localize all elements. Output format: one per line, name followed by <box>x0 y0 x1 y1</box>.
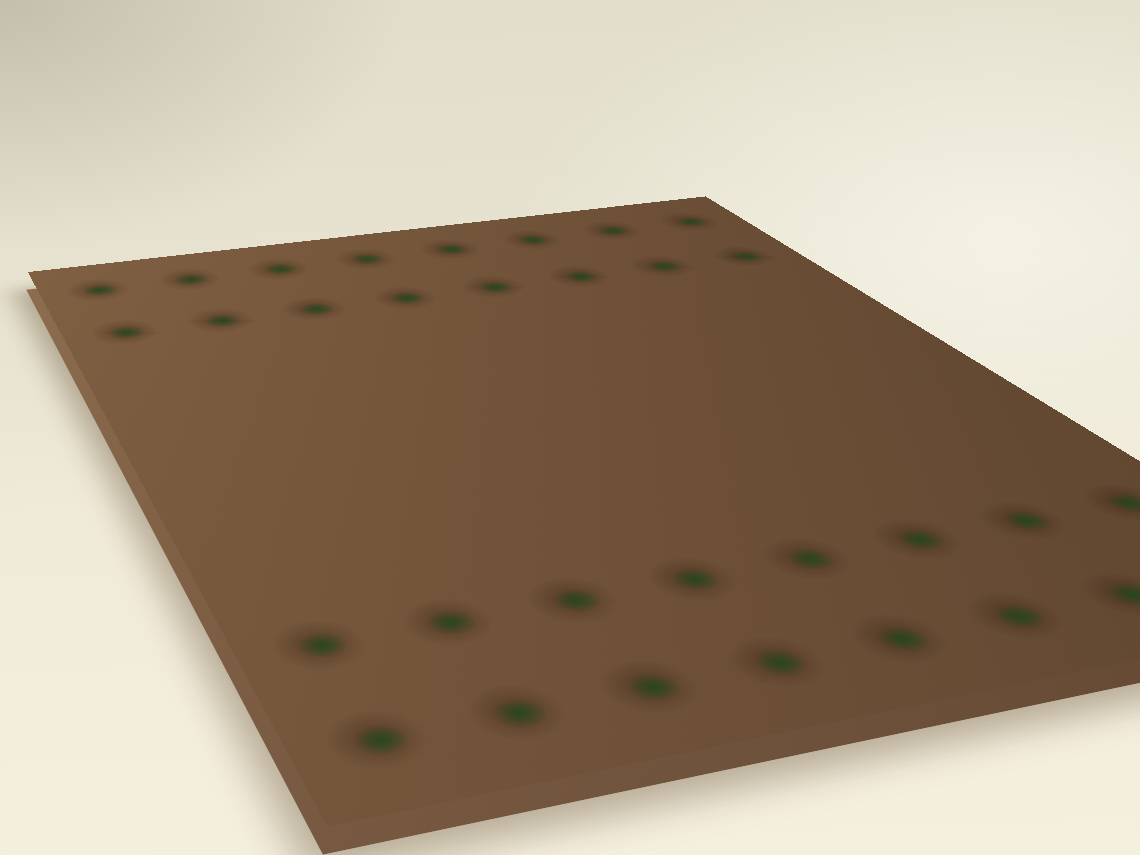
square-a1: ♜ <box>280 677 487 808</box>
chess-board-wrapper: ♜♞♝♛♚♝♞♜♟♟♟♟♟♟♟♟♟♟♟♟♟♟♟♟♜♞♝♛♚♝♞♜ <box>118 0 1038 855</box>
rook-glyph: ♜ <box>287 472 472 761</box>
pawn-glyph: ♟ <box>174 182 272 335</box>
pawn-glyph: ♟ <box>448 155 541 301</box>
pawn-glyph: ♟ <box>534 146 626 290</box>
pawn-glyph: ♟ <box>618 138 709 280</box>
photo-scene: ♜♞♝♛♚♝♞♜♟♟♟♟♟♟♟♟♟♟♟♟♟♟♟♟♜♞♝♛♚♝♞♜ <box>0 0 1140 855</box>
chess-board-3d: ♜♞♝♛♚♝♞♜♟♟♟♟♟♟♟♟♟♟♟♟♟♟♟♟♜♞♝♛♚♝♞♜ <box>28 196 1140 826</box>
pawn-glyph: ♟ <box>77 192 176 347</box>
pawn-glyph: ♟ <box>359 164 454 312</box>
pawn-glyph: ♟ <box>268 173 364 324</box>
